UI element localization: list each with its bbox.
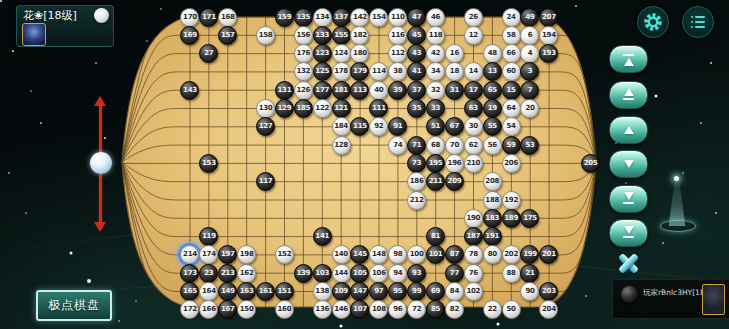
stone-white-46: 46	[426, 8, 445, 27]
stone-white-60: 60	[502, 62, 521, 81]
stone-black-85: 85	[426, 300, 445, 319]
stone-white-162: 162	[237, 264, 256, 283]
step-forward-button[interactable]	[609, 150, 648, 178]
stone-black-111: 111	[369, 99, 388, 118]
stone-white-190: 190	[464, 209, 483, 228]
stone-black-47: 47	[407, 8, 426, 27]
stone-white-208: 208	[483, 172, 502, 191]
stone-black-71: 71	[407, 136, 426, 155]
stone-black-21: 21	[520, 264, 539, 283]
stone-white-62: 62	[464, 136, 483, 155]
stone-white-58: 58	[502, 26, 521, 45]
stone-white-90: 90	[520, 282, 539, 301]
stone-white-38: 38	[388, 62, 407, 81]
stone-white-166: 166	[199, 300, 218, 319]
stone-black-203: 203	[539, 282, 558, 301]
stone-black-15: 15	[502, 81, 521, 100]
stone-white-14: 14	[464, 62, 483, 81]
stone-white-176: 176	[294, 44, 313, 63]
stone-white-116: 116	[388, 26, 407, 45]
stone-black-23: 23	[199, 264, 218, 283]
stone-white-4: 4	[520, 44, 539, 63]
stone-white-150: 150	[237, 300, 256, 319]
stone-white-154: 154	[369, 8, 388, 27]
stone-black-115: 115	[350, 117, 369, 136]
stone-white-106: 106	[369, 264, 388, 283]
stone-white-68: 68	[426, 136, 445, 155]
stone-black-59: 59	[502, 136, 521, 155]
gear-icon	[643, 12, 663, 32]
stone-white-164: 164	[199, 282, 218, 301]
stone-black-91: 91	[388, 117, 407, 136]
stone-white-96: 96	[388, 300, 407, 319]
board-rotate-slider	[88, 96, 113, 232]
stone-black-127: 127	[256, 117, 275, 136]
stone-black-113: 113	[350, 81, 369, 100]
stone-white-136: 136	[313, 300, 332, 319]
stone-white-88: 88	[502, 264, 521, 283]
triangle-down-icon	[624, 192, 634, 200]
stone-black-81: 81	[426, 227, 445, 246]
stone-white-202: 202	[502, 245, 521, 264]
stone-black-179: 179	[350, 62, 369, 81]
stone-black-159: 159	[275, 8, 294, 27]
stone-white-98: 98	[388, 245, 407, 264]
stone-black-157: 157	[218, 26, 237, 45]
stone-white-34: 34	[426, 62, 445, 81]
stone-black-123: 123	[313, 44, 332, 63]
stone-black-13: 13	[483, 62, 502, 81]
fast-back-button[interactable]	[609, 81, 648, 109]
stone-black-69: 69	[426, 282, 445, 301]
stone-black-133: 133	[313, 26, 332, 45]
stone-black-43: 43	[407, 44, 426, 63]
stone-white-140: 140	[332, 245, 351, 264]
stone-white-188: 188	[483, 191, 502, 210]
stone-white-160: 160	[275, 300, 294, 319]
stone-white-138: 138	[313, 282, 332, 301]
stone-white-122: 122	[313, 99, 332, 118]
player-card-black: 玩家rBnlc3HY[18级]	[612, 279, 729, 319]
stone-white-178: 178	[332, 62, 351, 81]
stone-white-184: 184	[332, 117, 351, 136]
stone-black-143: 143	[180, 81, 199, 100]
stone-black-117: 117	[256, 172, 275, 191]
stone-white-40: 40	[369, 81, 388, 100]
stone-black-167: 167	[218, 300, 237, 319]
stone-black-31: 31	[445, 81, 464, 100]
stone-black-163: 163	[237, 282, 256, 301]
stone-black-93: 93	[407, 264, 426, 283]
stone-white-72: 72	[407, 300, 426, 319]
stone-white-124: 124	[332, 44, 351, 63]
bar-icon	[623, 202, 634, 205]
stone-white-214: 214	[180, 245, 199, 264]
stone-black-49: 49	[520, 8, 539, 27]
stone-white-42: 42	[426, 44, 445, 63]
stone-black-131: 131	[275, 81, 294, 100]
stone-black-175: 175	[520, 209, 539, 228]
menu-list-icon	[691, 16, 706, 29]
stone-black-3: 3	[520, 62, 539, 81]
stone-white-144: 144	[332, 264, 351, 283]
triangle-down-icon	[624, 226, 634, 234]
stone-white-148: 148	[369, 245, 388, 264]
triangle-up-icon	[624, 126, 634, 134]
stone-white-78: 78	[464, 245, 483, 264]
stone-black-177: 177	[313, 81, 332, 100]
stone-white-114: 114	[369, 62, 388, 81]
stone-black-207: 207	[539, 8, 558, 27]
stone-white-156: 156	[294, 26, 313, 45]
stone-white-180: 180	[350, 44, 369, 63]
menu-button[interactable]	[682, 6, 714, 38]
stone-black-137: 137	[332, 8, 351, 27]
slider-pearl-handle[interactable]	[90, 152, 112, 174]
stone-black-141: 141	[313, 227, 332, 246]
stone-black-73: 73	[407, 154, 426, 173]
step-back-button[interactable]	[609, 116, 648, 144]
stone-black-121: 121	[332, 99, 351, 118]
stone-white-20: 20	[520, 99, 539, 118]
stone-black-213: 213	[218, 264, 237, 283]
stone-white-158: 158	[256, 26, 275, 45]
stone-white-146: 146	[332, 300, 351, 319]
stone-white-16: 16	[445, 44, 464, 63]
stone-black-37: 37	[407, 81, 426, 100]
stone-white-170: 170	[180, 8, 199, 27]
stone-white-64: 64	[502, 99, 521, 118]
stone-black-161: 161	[256, 282, 275, 301]
arrow-down-icon	[94, 222, 106, 232]
stone-black-145: 145	[350, 245, 369, 264]
stone-white-30: 30	[464, 117, 483, 136]
stone-white-206: 206	[502, 154, 521, 173]
stone-black-169: 169	[180, 26, 199, 45]
stone-white-92: 92	[369, 117, 388, 136]
triangle-up-icon	[624, 88, 634, 96]
stone-black-209: 209	[445, 172, 464, 191]
stone-white-56: 56	[483, 136, 502, 155]
settings-button[interactable]	[637, 6, 669, 38]
board-type-button[interactable]: 极点棋盘	[36, 290, 112, 321]
stone-black-7: 7	[520, 81, 539, 100]
stone-white-132: 132	[294, 62, 313, 81]
jump-last-button[interactable]	[609, 219, 648, 247]
black-player-avatar	[702, 284, 725, 315]
white-player-avatar	[22, 23, 46, 46]
stone-white-110: 110	[388, 8, 407, 27]
stone-black-181: 181	[332, 81, 351, 100]
stone-white-126: 126	[294, 81, 313, 100]
stone-white-50: 50	[502, 300, 521, 319]
stone-black-63: 63	[464, 99, 483, 118]
stone-white-112: 112	[388, 44, 407, 63]
stone-white-192: 192	[502, 191, 521, 210]
stone-black-67: 67	[445, 117, 464, 136]
stone-white-196: 196	[445, 154, 464, 173]
black-player-name: 玩家rBnlc3HY[18级]	[643, 288, 707, 298]
stone-black-27: 27	[199, 44, 218, 63]
stone-black-51: 51	[426, 117, 445, 136]
stone-white-48: 48	[483, 44, 502, 63]
stone-black-155: 155	[332, 26, 351, 45]
stone-white-12: 12	[464, 26, 483, 45]
stone-white-26: 26	[464, 8, 483, 27]
stone-black-195: 195	[426, 154, 445, 173]
stone-white-100: 100	[407, 245, 426, 264]
bar-icon	[623, 236, 634, 239]
player-card-white: 花❀[18级]	[16, 5, 114, 47]
stone-black-199: 199	[520, 245, 539, 264]
stone-black-103: 103	[313, 264, 332, 283]
fast-forward-button[interactable]	[609, 185, 648, 213]
stones-grid: 1701711681591351341371421541104746262449…	[181, 8, 559, 319]
stone-black-165: 165	[180, 282, 199, 301]
stone-white-204: 204	[539, 300, 558, 319]
stone-black-189: 189	[502, 209, 521, 228]
stone-white-128: 128	[332, 136, 351, 155]
stone-white-134: 134	[313, 8, 332, 27]
stone-black-183: 183	[483, 209, 502, 228]
stone-white-22: 22	[483, 300, 502, 319]
stone-white-32: 32	[426, 81, 445, 100]
stone-black-105: 105	[350, 264, 369, 283]
triangle-down-icon	[624, 160, 634, 168]
black-stone-icon	[621, 286, 638, 303]
stone-white-6: 6	[520, 26, 539, 45]
stone-white-182: 182	[350, 26, 369, 45]
stone-white-70: 70	[445, 136, 464, 155]
stone-white-82: 82	[445, 300, 464, 319]
stone-black-187: 187	[464, 227, 483, 246]
stone-black-53: 53	[520, 136, 539, 155]
stone-black-211: 211	[426, 172, 445, 191]
stone-black-35: 35	[407, 99, 426, 118]
triangle-up-icon	[624, 58, 634, 66]
stone-black-33: 33	[426, 99, 445, 118]
stone-black-45: 45	[407, 26, 426, 45]
stone-black-65: 65	[483, 81, 502, 100]
jump-first-button[interactable]	[609, 45, 648, 73]
stone-black-119: 119	[199, 227, 218, 246]
stone-black-17: 17	[464, 81, 483, 100]
stone-white-118: 118	[426, 26, 445, 45]
stone-black-125: 125	[313, 62, 332, 81]
beacon-glow	[656, 176, 698, 238]
stone-white-212: 212	[407, 191, 426, 210]
stone-black-101: 101	[426, 245, 445, 264]
stone-white-142: 142	[350, 8, 369, 27]
bar-icon	[623, 54, 634, 57]
stone-white-74: 74	[388, 136, 407, 155]
stone-white-198: 198	[237, 245, 256, 264]
stone-white-172: 172	[180, 300, 199, 319]
stone-black-99: 99	[407, 282, 426, 301]
stone-white-80: 80	[483, 245, 502, 264]
stone-white-66: 66	[502, 44, 521, 63]
stone-black-19: 19	[483, 99, 502, 118]
stone-black-201: 201	[539, 245, 558, 264]
stone-black-135: 135	[294, 8, 313, 27]
stone-white-84: 84	[445, 282, 464, 301]
stone-black-39: 39	[388, 81, 407, 100]
stone-black-173: 173	[180, 264, 199, 283]
stone-white-24: 24	[502, 8, 521, 27]
stone-white-94: 94	[388, 264, 407, 283]
white-stone-icon	[94, 8, 109, 23]
stone-black-107: 107	[350, 300, 369, 319]
bar-icon	[623, 98, 634, 101]
stone-black-41: 41	[407, 62, 426, 81]
white-player-name: 花❀[18级]	[23, 8, 77, 23]
stone-black-109: 109	[332, 282, 351, 301]
stone-white-152: 152	[275, 245, 294, 264]
stone-black-55: 55	[483, 117, 502, 136]
stone-white-174: 174	[199, 245, 218, 264]
stone-black-151: 151	[275, 282, 294, 301]
stone-black-205: 205	[581, 154, 600, 173]
go-board[interactable]: 1701711681591351341371421541104746262449…	[118, 4, 600, 322]
starfield	[0, 0, 2, 2]
stone-black-185: 185	[294, 99, 313, 118]
stone-black-139: 139	[294, 264, 313, 283]
stone-black-149: 149	[218, 282, 237, 301]
stone-black-77: 77	[445, 264, 464, 283]
close-button[interactable]	[615, 249, 642, 276]
stone-white-102: 102	[464, 282, 483, 301]
stone-black-191: 191	[483, 227, 502, 246]
app-window: 1701711681591351341371421541104746262449…	[0, 0, 729, 329]
stone-white-108: 108	[369, 300, 388, 319]
stone-black-153: 153	[199, 154, 218, 173]
stone-black-171: 171	[199, 8, 218, 27]
stone-black-193: 193	[539, 44, 558, 63]
stone-white-186: 186	[407, 172, 426, 191]
stone-white-168: 168	[218, 8, 237, 27]
stone-white-76: 76	[464, 264, 483, 283]
stone-white-210: 210	[464, 154, 483, 173]
stone-black-87: 87	[445, 245, 464, 264]
stone-black-129: 129	[275, 99, 294, 118]
stone-black-95: 95	[388, 282, 407, 301]
stone-black-197: 197	[218, 245, 237, 264]
stone-white-54: 54	[502, 117, 521, 136]
stone-black-147: 147	[350, 282, 369, 301]
stone-white-194: 194	[539, 26, 558, 45]
stone-white-18: 18	[445, 62, 464, 81]
stone-black-97: 97	[369, 282, 388, 301]
stone-white-130: 130	[256, 99, 275, 118]
